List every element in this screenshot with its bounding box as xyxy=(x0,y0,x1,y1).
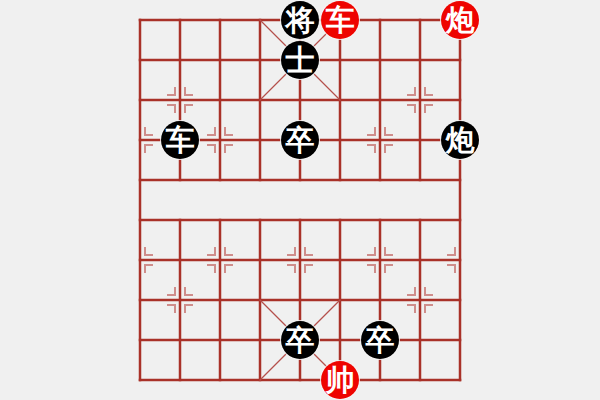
piece-black-cannon[interactable]: 炮 xyxy=(441,121,479,159)
piece-black-chariot[interactable]: 车 xyxy=(161,121,199,159)
piece-black-soldier[interactable]: 卒 xyxy=(281,321,319,359)
piece-red-cannon[interactable]: 炮 xyxy=(441,1,479,39)
piece-black-general[interactable]: 将 xyxy=(281,1,319,39)
piece-black-soldier[interactable]: 卒 xyxy=(281,121,319,159)
piece-black-soldier[interactable]: 卒 xyxy=(361,321,399,359)
xiangqi-board: 将车炮士车卒炮卒卒帅 xyxy=(0,0,600,400)
piece-red-general[interactable]: 帅 xyxy=(321,361,359,399)
piece-red-chariot[interactable]: 车 xyxy=(321,1,359,39)
piece-black-advisor[interactable]: 士 xyxy=(281,41,319,79)
